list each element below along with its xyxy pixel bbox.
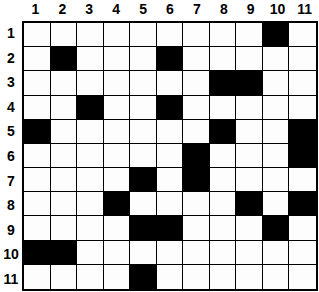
cell-r8c9[interactable] <box>236 192 263 216</box>
row-label-5: 5 <box>0 119 22 144</box>
cell-r11c10[interactable] <box>263 265 290 289</box>
cell-r4c10[interactable] <box>263 96 290 120</box>
cell-r2c1[interactable] <box>24 47 51 71</box>
cell-r5c11[interactable] <box>289 120 316 144</box>
cell-r1c3[interactable] <box>77 23 104 47</box>
cell-r6c8[interactable] <box>210 144 237 168</box>
cell-r10c8[interactable] <box>210 241 237 265</box>
cell-r7c8[interactable] <box>210 168 237 192</box>
cell-r9c11[interactable] <box>289 216 316 240</box>
cell-r11c1[interactable] <box>24 265 51 289</box>
col-label-2: 2 <box>49 0 76 21</box>
cell-r8c7[interactable] <box>183 192 210 216</box>
cell-r8c5[interactable] <box>130 192 157 216</box>
cell-r4c3[interactable] <box>77 96 104 120</box>
cell-r8c2[interactable] <box>51 192 78 216</box>
cell-r3c4[interactable] <box>104 71 131 95</box>
cell-r8c11[interactable] <box>289 192 316 216</box>
cell-r8c10[interactable] <box>263 192 290 216</box>
cell-r10c6[interactable] <box>157 241 184 265</box>
cell-r1c8[interactable] <box>210 23 237 47</box>
cell-r8c1[interactable] <box>24 192 51 216</box>
board-with-labels: 12345678910111234567891011 <box>0 0 318 291</box>
cell-r8c4[interactable] <box>104 192 131 216</box>
col-label-4: 4 <box>103 0 130 21</box>
cell-r3c1[interactable] <box>24 71 51 95</box>
cell-r2c3[interactable] <box>77 47 104 71</box>
cell-r3c9[interactable] <box>236 71 263 95</box>
cell-r11c2[interactable] <box>51 265 78 289</box>
cell-r2c9[interactable] <box>236 47 263 71</box>
row-label-10: 10 <box>0 242 22 267</box>
cell-r10c9[interactable] <box>236 241 263 265</box>
cell-r9c3[interactable] <box>77 216 104 240</box>
col-label-8: 8 <box>210 0 237 21</box>
cell-r5c4[interactable] <box>104 120 131 144</box>
row-label-4: 4 <box>0 95 22 120</box>
cell-r3c7[interactable] <box>183 71 210 95</box>
row-label-7: 7 <box>0 168 22 193</box>
cell-r9c9[interactable] <box>236 216 263 240</box>
cell-r7c4[interactable] <box>104 168 131 192</box>
cell-r5c2[interactable] <box>51 120 78 144</box>
cell-r5c9[interactable] <box>236 120 263 144</box>
cell-r4c8[interactable] <box>210 96 237 120</box>
cell-r10c11[interactable] <box>289 241 316 265</box>
col-label-3: 3 <box>76 0 103 21</box>
cell-r3c8[interactable] <box>210 71 237 95</box>
cell-r11c11[interactable] <box>289 265 316 289</box>
cell-r6c7[interactable] <box>183 144 210 168</box>
corner-spacer <box>0 0 22 21</box>
col-label-1: 1 <box>22 0 49 21</box>
col-label-5: 5 <box>130 0 157 21</box>
col-label-7: 7 <box>183 0 210 21</box>
row-label-8: 8 <box>0 193 22 218</box>
cell-r6c6[interactable] <box>157 144 184 168</box>
cell-r7c7[interactable] <box>183 168 210 192</box>
cell-r9c2[interactable] <box>51 216 78 240</box>
cell-r4c9[interactable] <box>236 96 263 120</box>
cell-r1c1[interactable] <box>24 23 51 47</box>
cell-r8c8[interactable] <box>210 192 237 216</box>
cell-r7c3[interactable] <box>77 168 104 192</box>
cell-r9c6[interactable] <box>157 216 184 240</box>
cell-r8c3[interactable] <box>77 192 104 216</box>
cell-r2c4[interactable] <box>104 47 131 71</box>
row-label-1: 1 <box>0 21 22 46</box>
cell-r2c6[interactable] <box>157 47 184 71</box>
cell-r6c11[interactable] <box>289 144 316 168</box>
col-label-9: 9 <box>237 0 264 21</box>
cell-r6c3[interactable] <box>77 144 104 168</box>
cell-r1c5[interactable] <box>130 23 157 47</box>
cell-r3c11[interactable] <box>289 71 316 95</box>
row-label-9: 9 <box>0 217 22 242</box>
cell-r7c10[interactable] <box>263 168 290 192</box>
cell-r9c4[interactable] <box>104 216 131 240</box>
cell-r1c9[interactable] <box>236 23 263 47</box>
cell-r6c4[interactable] <box>104 144 131 168</box>
cell-r4c7[interactable] <box>183 96 210 120</box>
cell-r1c2[interactable] <box>51 23 78 47</box>
col-label-10: 10 <box>264 0 291 21</box>
cell-r4c11[interactable] <box>289 96 316 120</box>
col-label-11: 11 <box>291 0 318 21</box>
cell-r2c2[interactable] <box>51 47 78 71</box>
cell-r5c7[interactable] <box>183 120 210 144</box>
cell-r11c6[interactable] <box>157 265 184 289</box>
cell-r9c7[interactable] <box>183 216 210 240</box>
cell-r6c9[interactable] <box>236 144 263 168</box>
col-label-6: 6 <box>157 0 184 21</box>
cell-r10c4[interactable] <box>104 241 131 265</box>
cell-r10c7[interactable] <box>183 241 210 265</box>
cell-r6c10[interactable] <box>263 144 290 168</box>
cell-r1c11[interactable] <box>289 23 316 47</box>
cell-r10c5[interactable] <box>130 241 157 265</box>
cell-r1c7[interactable] <box>183 23 210 47</box>
cell-r11c3[interactable] <box>77 265 104 289</box>
cell-r3c6[interactable] <box>157 71 184 95</box>
puzzle-screenshot: 12345678910111234567891011 <box>0 0 319 292</box>
cell-r1c6[interactable] <box>157 23 184 47</box>
cell-r7c5[interactable] <box>130 168 157 192</box>
cell-r10c1[interactable] <box>24 241 51 265</box>
cell-r9c5[interactable] <box>130 216 157 240</box>
cell-r8c6[interactable] <box>157 192 184 216</box>
cell-r1c10[interactable] <box>263 23 290 47</box>
row-label-11: 11 <box>0 266 22 291</box>
cell-r3c5[interactable] <box>130 71 157 95</box>
cell-r4c2[interactable] <box>51 96 78 120</box>
cell-r9c1[interactable] <box>24 216 51 240</box>
cell-r5c10[interactable] <box>263 120 290 144</box>
cell-r7c9[interactable] <box>236 168 263 192</box>
cell-r10c2[interactable] <box>51 241 78 265</box>
cell-r4c5[interactable] <box>130 96 157 120</box>
cell-r6c5[interactable] <box>130 144 157 168</box>
cell-r3c2[interactable] <box>51 71 78 95</box>
cell-r10c10[interactable] <box>263 241 290 265</box>
cell-r1c4[interactable] <box>104 23 131 47</box>
cell-r5c6[interactable] <box>157 120 184 144</box>
cell-r11c8[interactable] <box>210 265 237 289</box>
cell-r11c7[interactable] <box>183 265 210 289</box>
puzzle-grid <box>22 21 318 291</box>
row-label-3: 3 <box>0 70 22 95</box>
row-label-2: 2 <box>0 46 22 71</box>
cell-r10c3[interactable] <box>77 241 104 265</box>
cell-r5c8[interactable] <box>210 120 237 144</box>
cell-r2c5[interactable] <box>130 47 157 71</box>
cell-r2c8[interactable] <box>210 47 237 71</box>
cell-r5c5[interactable] <box>130 120 157 144</box>
cell-r9c8[interactable] <box>210 216 237 240</box>
cell-r4c6[interactable] <box>157 96 184 120</box>
cell-r2c10[interactable] <box>263 47 290 71</box>
cell-r4c4[interactable] <box>104 96 131 120</box>
cell-r6c1[interactable] <box>24 144 51 168</box>
row-label-6: 6 <box>0 144 22 169</box>
cell-r7c2[interactable] <box>51 168 78 192</box>
cell-r11c9[interactable] <box>236 265 263 289</box>
cell-r9c10[interactable] <box>263 216 290 240</box>
cell-r3c10[interactable] <box>263 71 290 95</box>
cell-r7c6[interactable] <box>157 168 184 192</box>
cell-r5c1[interactable] <box>24 120 51 144</box>
cell-r11c5[interactable] <box>130 265 157 289</box>
cell-r7c1[interactable] <box>24 168 51 192</box>
cell-r2c7[interactable] <box>183 47 210 71</box>
cell-r2c11[interactable] <box>289 47 316 71</box>
cell-r6c2[interactable] <box>51 144 78 168</box>
cell-r4c1[interactable] <box>24 96 51 120</box>
cell-r3c3[interactable] <box>77 71 104 95</box>
cell-r7c11[interactable] <box>289 168 316 192</box>
cell-r5c3[interactable] <box>77 120 104 144</box>
cell-r11c4[interactable] <box>104 265 131 289</box>
